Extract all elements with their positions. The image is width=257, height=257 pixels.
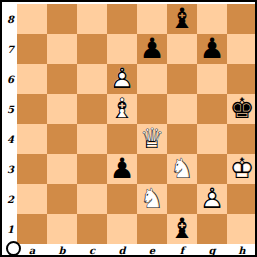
piece-solid-layer: ♟ [109, 155, 134, 183]
square-d6[interactable]: ♟♙ [107, 64, 137, 94]
file-label-c: c [77, 244, 107, 257]
piece-outline-layer: ♔ [229, 155, 254, 183]
square-c2[interactable] [77, 184, 107, 214]
file-label-f: f [167, 244, 197, 257]
piece-outline-layer: ♙ [199, 185, 224, 213]
piece-solid-layer: ♝ [169, 215, 194, 243]
file-label-e: e [137, 244, 167, 257]
piece-solid-layer: ♝ [169, 5, 194, 33]
square-g2[interactable]: ♟♙ [197, 184, 227, 214]
file-label-a: a [17, 244, 47, 257]
square-a6[interactable] [17, 64, 47, 94]
square-b1[interactable] [47, 214, 77, 244]
file-label-h: h [227, 244, 257, 257]
square-c4[interactable] [77, 124, 107, 154]
piece-outline-layer: ♘ [139, 185, 164, 213]
square-f3[interactable]: ♞♘ [167, 154, 197, 184]
rank-label-3: 3 [4, 154, 17, 184]
square-e4[interactable]: ♛♕ [137, 124, 167, 154]
square-h6[interactable] [227, 64, 257, 94]
black-bishop[interactable]: ♝ [167, 214, 197, 244]
piece-outline-layer: ♙ [109, 65, 134, 93]
square-b3[interactable] [47, 154, 77, 184]
square-c8[interactable] [77, 4, 107, 34]
square-a1[interactable] [17, 214, 47, 244]
square-f8[interactable]: ♝ [167, 4, 197, 34]
square-g5[interactable] [197, 94, 227, 124]
square-e5[interactable] [137, 94, 167, 124]
square-h3[interactable]: ♚♔ [227, 154, 257, 184]
square-g1[interactable] [197, 214, 227, 244]
square-a2[interactable] [17, 184, 47, 214]
rank-label-7: 7 [4, 34, 17, 64]
square-f6[interactable] [167, 64, 197, 94]
black-pawn[interactable]: ♟ [137, 34, 167, 64]
square-g6[interactable] [197, 64, 227, 94]
square-g8[interactable] [197, 4, 227, 34]
rank-label-1: 1 [4, 214, 17, 244]
square-d2[interactable] [107, 184, 137, 214]
piece-outline-layer: ♕ [139, 125, 164, 153]
square-h8[interactable] [227, 4, 257, 34]
piece-outline-layer: ♘ [169, 155, 194, 183]
square-c7[interactable] [77, 34, 107, 64]
file-label-b: b [47, 244, 77, 257]
square-a4[interactable] [17, 124, 47, 154]
square-h1[interactable] [227, 214, 257, 244]
square-b7[interactable] [47, 34, 77, 64]
piece-solid-layer: ♟ [139, 35, 164, 63]
white-queen[interactable]: ♛♕ [137, 124, 167, 154]
square-e2[interactable]: ♞♘ [137, 184, 167, 214]
square-c3[interactable] [77, 154, 107, 184]
square-f1[interactable]: ♝ [167, 214, 197, 244]
white-king[interactable]: ♚♔ [227, 154, 257, 184]
rank-label-2: 2 [4, 184, 17, 214]
square-d4[interactable] [107, 124, 137, 154]
rank-label-4: 4 [4, 124, 17, 154]
square-c6[interactable] [77, 64, 107, 94]
black-bishop[interactable]: ♝ [167, 4, 197, 34]
square-d8[interactable] [107, 4, 137, 34]
square-b6[interactable] [47, 64, 77, 94]
square-d3[interactable]: ♟ [107, 154, 137, 184]
rank-labels: 87654321 [4, 4, 17, 244]
square-e1[interactable] [137, 214, 167, 244]
square-d7[interactable] [107, 34, 137, 64]
square-c5[interactable] [77, 94, 107, 124]
square-h7[interactable] [227, 34, 257, 64]
square-h5[interactable]: ♚ [227, 94, 257, 124]
black-pawn[interactable]: ♟ [107, 154, 137, 184]
white-bishop[interactable]: ♝♗ [107, 94, 137, 124]
square-e6[interactable] [137, 64, 167, 94]
square-f2[interactable] [167, 184, 197, 214]
square-g3[interactable] [197, 154, 227, 184]
square-g4[interactable] [197, 124, 227, 154]
file-label-d: d [107, 244, 137, 257]
white-knight[interactable]: ♞♘ [137, 184, 167, 214]
square-c1[interactable] [77, 214, 107, 244]
black-pawn[interactable]: ♟ [197, 34, 227, 64]
square-a5[interactable] [17, 94, 47, 124]
square-b2[interactable] [47, 184, 77, 214]
square-e7[interactable]: ♟ [137, 34, 167, 64]
white-knight[interactable]: ♞♘ [167, 154, 197, 184]
square-b5[interactable] [47, 94, 77, 124]
white-pawn[interactable]: ♟♙ [107, 64, 137, 94]
piece-solid-layer: ♟ [199, 35, 224, 63]
piece-solid-layer: ♚ [229, 95, 254, 123]
square-e8[interactable] [137, 4, 167, 34]
square-a3[interactable] [17, 154, 47, 184]
square-f4[interactable] [167, 124, 197, 154]
file-label-g: g [197, 244, 227, 257]
rank-label-5: 5 [4, 94, 17, 124]
file-labels: abcdefgh [17, 244, 257, 257]
rank-label-8: 8 [4, 4, 17, 34]
black-king[interactable]: ♚ [227, 94, 257, 124]
square-d1[interactable] [107, 214, 137, 244]
square-f7[interactable] [167, 34, 197, 64]
piece-outline-layer: ♗ [109, 95, 134, 123]
square-g7[interactable]: ♟ [197, 34, 227, 64]
white-pawn[interactable]: ♟♙ [197, 184, 227, 214]
chess-board: ♝♟♟♟♙♝♗♚♛♕♟♞♘♚♔♞♘♟♙♝ [17, 4, 257, 244]
white-to-move-indicator [6, 241, 21, 256]
square-b8[interactable] [47, 4, 77, 34]
chess-diagram: 87654321 ♝♟♟♟♙♝♗♚♛♕♟♞♘♚♔♞♘♟♙♝ abcdefgh [0, 0, 257, 257]
square-a8[interactable] [17, 4, 47, 34]
square-h2[interactable] [227, 184, 257, 214]
square-h4[interactable] [227, 124, 257, 154]
square-d5[interactable]: ♝♗ [107, 94, 137, 124]
square-e3[interactable] [137, 154, 167, 184]
square-a7[interactable] [17, 34, 47, 64]
rank-label-6: 6 [4, 64, 17, 94]
square-f5[interactable] [167, 94, 197, 124]
square-b4[interactable] [47, 124, 77, 154]
